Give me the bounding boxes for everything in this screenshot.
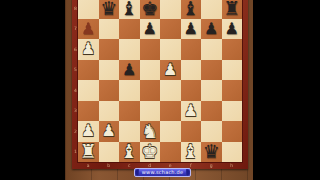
file-label-a: a: [78, 163, 99, 169]
square-b3[interactable]: [99, 101, 120, 122]
piece-white-pawn-b2[interactable]: ♟: [102, 123, 116, 139]
square-d1[interactable]: ♚: [140, 142, 161, 163]
piece-black-rook-h8[interactable]: ♜: [223, 0, 240, 18]
piece-black-bishop-f8[interactable]: ♝: [182, 0, 199, 18]
square-h3[interactable]: [222, 101, 243, 122]
square-f7[interactable]: ♟: [181, 19, 202, 40]
square-a4[interactable]: [78, 80, 99, 101]
square-h5[interactable]: [222, 60, 243, 81]
square-f4[interactable]: [181, 80, 202, 101]
square-g3[interactable]: [201, 101, 222, 122]
square-d2[interactable]: ♞: [140, 121, 161, 142]
piece-white-knight-d2[interactable]: ♞: [141, 122, 158, 141]
square-a7[interactable]: ♟: [78, 19, 99, 40]
square-a8[interactable]: [78, 0, 99, 19]
square-h7[interactable]: ♟: [222, 19, 243, 40]
piece-black-bishop-c8[interactable]: ♝: [121, 0, 138, 18]
square-g5[interactable]: [201, 60, 222, 81]
piece-black-pawn-d7[interactable]: ♟: [143, 21, 157, 37]
square-d8[interactable]: ♚: [140, 0, 161, 19]
square-c2[interactable]: [119, 121, 140, 142]
square-g6[interactable]: [201, 39, 222, 60]
watermark-text: www.schach.de: [142, 170, 183, 175]
square-f3[interactable]: ♟: [181, 101, 202, 122]
square-h8[interactable]: ♜: [222, 0, 243, 19]
square-d6[interactable]: [140, 39, 161, 60]
square-a6[interactable]: ♟: [78, 39, 99, 60]
square-e8[interactable]: [160, 0, 181, 19]
piece-black-pawn-f7[interactable]: ♟: [184, 21, 198, 37]
video-frame: 87654321 ♛♝♚♝♜♟♟♟♟♟♟♟♟♟♟♟♞♜♝♚♝♛ abcdefgh…: [0, 0, 320, 180]
square-g2[interactable]: [201, 121, 222, 142]
square-a5[interactable]: [78, 60, 99, 81]
square-d4[interactable]: [140, 80, 161, 101]
square-e6[interactable]: [160, 39, 181, 60]
square-f6[interactable]: [181, 39, 202, 60]
square-a3[interactable]: [78, 101, 99, 122]
square-g8[interactable]: [201, 0, 222, 19]
square-b5[interactable]: [99, 60, 120, 81]
square-e5[interactable]: ♟: [160, 60, 181, 81]
square-a2[interactable]: ♟: [78, 121, 99, 142]
chess-board[interactable]: ♛♝♚♝♜♟♟♟♟♟♟♟♟♟♟♟♞♜♝♚♝♛: [78, 0, 242, 162]
square-c8[interactable]: ♝: [119, 0, 140, 19]
square-f5[interactable]: [181, 60, 202, 81]
square-f1[interactable]: ♝: [181, 142, 202, 163]
square-b7[interactable]: [99, 19, 120, 40]
file-label-g: g: [201, 163, 222, 169]
square-e3[interactable]: [160, 101, 181, 122]
square-a1[interactable]: ♜: [78, 142, 99, 163]
square-g7[interactable]: ♟: [201, 19, 222, 40]
piece-black-queen-b8[interactable]: ♛: [100, 0, 117, 18]
square-e2[interactable]: [160, 121, 181, 142]
banner-end-cap-right: [186, 169, 190, 176]
piece-black-king-d8[interactable]: ♚: [141, 0, 158, 18]
banner-end-cap-left: [135, 169, 139, 176]
piece-white-pawn-a2[interactable]: ♟: [81, 123, 95, 139]
square-f2[interactable]: [181, 121, 202, 142]
piece-white-pawn-f3[interactable]: ♟: [184, 103, 198, 119]
square-d5[interactable]: [140, 60, 161, 81]
square-b1[interactable]: [99, 142, 120, 163]
square-g4[interactable]: [201, 80, 222, 101]
file-label-b: b: [99, 163, 120, 169]
watermark-banner: www.schach.de: [134, 168, 191, 177]
piece-white-king-d1[interactable]: ♚: [141, 142, 158, 161]
piece-black-pawn-g7[interactable]: ♟: [204, 21, 218, 37]
square-d3[interactable]: [140, 101, 161, 122]
square-c3[interactable]: [119, 101, 140, 122]
file-label-h: h: [222, 163, 243, 169]
square-d7[interactable]: ♟: [140, 19, 161, 40]
piece-black-pawn-c5[interactable]: ♟: [122, 62, 136, 78]
square-e7[interactable]: [160, 19, 181, 40]
piece-black-queen-g1[interactable]: ♛: [203, 142, 220, 161]
piece-black-pawn-h7[interactable]: ♟: [225, 21, 239, 37]
square-b6[interactable]: [99, 39, 120, 60]
piece-black-pawn-a7[interactable]: ♟: [81, 21, 95, 37]
square-b8[interactable]: ♛: [99, 0, 120, 19]
square-b4[interactable]: [99, 80, 120, 101]
square-f8[interactable]: ♝: [181, 0, 202, 19]
square-c1[interactable]: ♝: [119, 142, 140, 163]
square-c5[interactable]: ♟: [119, 60, 140, 81]
square-h6[interactable]: [222, 39, 243, 60]
square-e1[interactable]: [160, 142, 181, 163]
piece-white-pawn-a6[interactable]: ♟: [81, 41, 95, 57]
piece-white-pawn-e5[interactable]: ♟: [163, 62, 177, 78]
square-h2[interactable]: [222, 121, 243, 142]
square-h4[interactable]: [222, 80, 243, 101]
square-g1[interactable]: ♛: [201, 142, 222, 163]
square-b2[interactable]: ♟: [99, 121, 120, 142]
piece-white-bishop-c1[interactable]: ♝: [121, 142, 138, 161]
piece-white-bishop-f1[interactable]: ♝: [182, 142, 199, 161]
piece-white-rook-a1[interactable]: ♜: [80, 142, 97, 161]
square-h1[interactable]: [222, 142, 243, 163]
square-c7[interactable]: [119, 19, 140, 40]
square-e4[interactable]: [160, 80, 181, 101]
square-c4[interactable]: [119, 80, 140, 101]
square-c6[interactable]: [119, 39, 140, 60]
